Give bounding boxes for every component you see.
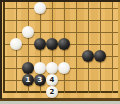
- intersection-6-0[interactable]: [70, 2, 82, 14]
- white-stone-1-3[interactable]: [10, 38, 22, 50]
- intersection-3-1[interactable]: [34, 14, 46, 26]
- black-stone-8-4[interactable]: [94, 50, 106, 62]
- intersection-6-2[interactable]: [70, 26, 82, 38]
- intersection-5-1[interactable]: [58, 14, 70, 26]
- intersection-1-5[interactable]: [10, 62, 22, 74]
- intersection-2-0[interactable]: [22, 2, 34, 14]
- intersection-8-7[interactable]: [94, 86, 106, 98]
- go-board-screenshot: 1342: [0, 0, 120, 104]
- intersection-8-2[interactable]: [94, 26, 106, 38]
- intersection-3-7[interactable]: [34, 86, 46, 98]
- intersection-3-2[interactable]: [34, 26, 46, 38]
- intersection-7-6[interactable]: [82, 74, 94, 86]
- intersection-9-7[interactable]: [106, 86, 118, 98]
- intersection-7-1[interactable]: [82, 14, 94, 26]
- intersection-3-4[interactable]: [34, 50, 46, 62]
- intersection-0-3[interactable]: [0, 38, 10, 50]
- black-stone-5-3[interactable]: [58, 38, 70, 50]
- white-stone-4-5[interactable]: [46, 62, 58, 74]
- black-stone-7-4[interactable]: [82, 50, 94, 62]
- intersection-9-4[interactable]: [106, 50, 118, 62]
- intersection-1-4[interactable]: [10, 50, 22, 62]
- intersection-4-4[interactable]: [46, 50, 58, 62]
- intersection-8-3[interactable]: [94, 38, 106, 50]
- intersection-8-0[interactable]: [94, 2, 106, 14]
- intersection-6-7[interactable]: [70, 86, 82, 98]
- move-number-label: 4: [50, 77, 55, 84]
- black-stone-2-5[interactable]: [22, 62, 34, 74]
- intersection-6-5[interactable]: [70, 62, 82, 74]
- intersection-5-6[interactable]: [58, 74, 70, 86]
- move-number-label: 3: [38, 77, 43, 84]
- goban-right-edge: [118, 0, 120, 99]
- intersection-0-6[interactable]: [0, 74, 10, 86]
- intersection-7-5[interactable]: [82, 62, 94, 74]
- white-stone-5-5[interactable]: [58, 62, 70, 74]
- black-stone-3-3[interactable]: [34, 38, 46, 50]
- intersection-6-1[interactable]: [70, 14, 82, 26]
- intersection-0-1[interactable]: [0, 14, 10, 26]
- intersection-4-0[interactable]: [46, 2, 58, 14]
- move-3-black-stone-3-6[interactable]: 3: [34, 74, 46, 86]
- intersection-5-4[interactable]: [58, 50, 70, 62]
- black-stone-4-3[interactable]: [46, 38, 58, 50]
- intersection-9-5[interactable]: [106, 62, 118, 74]
- goban-side-panel: [0, 98, 120, 101]
- intersection-2-4[interactable]: [22, 50, 34, 62]
- move-1-black-stone-2-6[interactable]: 1: [22, 74, 34, 86]
- intersection-7-2[interactable]: [82, 26, 94, 38]
- white-stone-2-2[interactable]: [22, 26, 34, 38]
- intersection-8-1[interactable]: [94, 14, 106, 26]
- intersection-5-7[interactable]: [58, 86, 70, 98]
- intersection-0-0[interactable]: [0, 2, 10, 14]
- intersection-2-7[interactable]: [22, 86, 34, 98]
- intersection-5-2[interactable]: [58, 26, 70, 38]
- intersection-1-1[interactable]: [10, 14, 22, 26]
- intersection-1-6[interactable]: [10, 74, 22, 86]
- intersection-4-1[interactable]: [46, 14, 58, 26]
- intersection-0-2[interactable]: [0, 26, 10, 38]
- intersection-1-7[interactable]: [10, 86, 22, 98]
- intersection-9-3[interactable]: [106, 38, 118, 50]
- intersection-1-2[interactable]: [10, 26, 22, 38]
- intersection-7-0[interactable]: [82, 2, 94, 14]
- intersection-9-6[interactable]: [106, 74, 118, 86]
- move-2-white-stone-4-7[interactable]: 2: [46, 86, 58, 98]
- intersection-6-6[interactable]: [70, 74, 82, 86]
- intersection-9-2[interactable]: [106, 26, 118, 38]
- intersection-6-3[interactable]: [70, 38, 82, 50]
- move-number-label: 2: [50, 89, 55, 96]
- intersection-2-1[interactable]: [22, 14, 34, 26]
- white-stone-3-0[interactable]: [34, 2, 46, 14]
- intersection-8-5[interactable]: [94, 62, 106, 74]
- intersection-5-0[interactable]: [58, 2, 70, 14]
- intersection-1-0[interactable]: [10, 2, 22, 14]
- move-number-label: 1: [26, 77, 31, 84]
- intersection-9-1[interactable]: [106, 14, 118, 26]
- intersection-2-3[interactable]: [22, 38, 34, 50]
- move-4-white-stone-4-6[interactable]: 4: [46, 74, 58, 86]
- intersection-0-7[interactable]: [0, 86, 10, 98]
- intersection-0-5[interactable]: [0, 62, 10, 74]
- white-stone-3-5[interactable]: [34, 62, 46, 74]
- intersection-0-4[interactable]: [0, 50, 10, 62]
- goban-grid: 1342: [0, 2, 118, 98]
- intersection-8-6[interactable]: [94, 74, 106, 86]
- intersection-7-7[interactable]: [82, 86, 94, 98]
- intersection-6-4[interactable]: [70, 50, 82, 62]
- intersection-9-0[interactable]: [106, 2, 118, 14]
- intersection-4-2[interactable]: [46, 26, 58, 38]
- intersection-7-3[interactable]: [82, 38, 94, 50]
